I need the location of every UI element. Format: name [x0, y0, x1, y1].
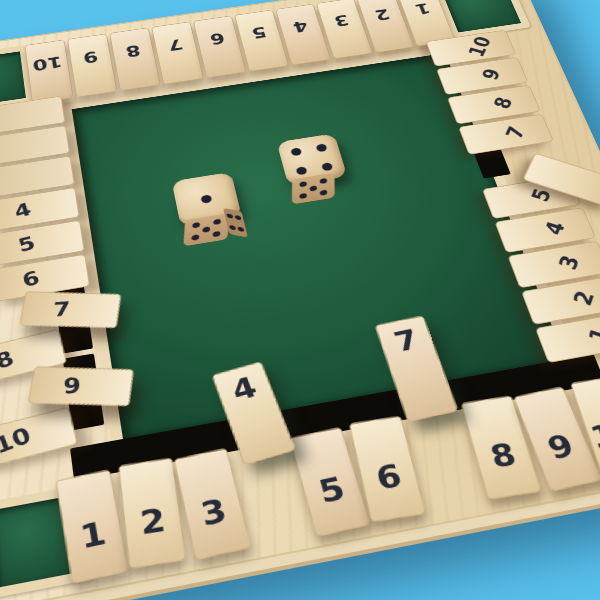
- die-pip: [316, 143, 328, 152]
- tile-number: 7: [501, 124, 530, 142]
- die-left[interactable]: [172, 172, 249, 254]
- tile-number: 3: [197, 491, 230, 533]
- shut-the-box-photo: Shut the Box — 4-player wooden board, nu…: [0, 0, 600, 600]
- shut-the-box-board: 10987654321 1098754321 45678910 12345678…: [0, 0, 600, 600]
- tile-south-3[interactable]: 3: [173, 448, 251, 560]
- die-pip: [299, 181, 306, 187]
- die-pip: [320, 178, 327, 184]
- die-pip: [191, 234, 199, 241]
- tile-number: 4: [290, 17, 309, 35]
- tile-north-10[interactable]: 10: [24, 40, 73, 104]
- tile-number: 10: [464, 34, 496, 59]
- tile-west-7[interactable]: 7: [19, 291, 121, 328]
- tile-number: 7: [166, 35, 184, 54]
- tile-number: 5: [315, 469, 350, 510]
- tile-west-9[interactable]: 9: [28, 366, 134, 406]
- tile-number: 2: [568, 287, 600, 308]
- die-pip: [234, 215, 241, 221]
- tile-number: 10: [0, 423, 34, 460]
- die-pip: [213, 231, 221, 238]
- die-pip: [202, 226, 210, 233]
- tile-number: 4: [227, 370, 261, 408]
- tile-number: 5: [15, 232, 37, 256]
- die-pip: [299, 193, 306, 199]
- die-face-front-5: [292, 173, 335, 205]
- tile-number: 4: [540, 218, 571, 238]
- tile-number: 2: [138, 501, 168, 543]
- die-pip: [320, 190, 327, 196]
- tile-number: 1: [583, 324, 600, 346]
- tile-number: 8: [489, 94, 518, 111]
- tile-number: 2: [372, 5, 392, 23]
- tile-north-9[interactable]: 9: [67, 34, 117, 98]
- die-pip: [295, 166, 307, 175]
- tile-number: 8: [0, 346, 17, 374]
- tile-number: 6: [208, 29, 227, 48]
- tile-number: 3: [331, 11, 351, 29]
- die-pip: [229, 225, 236, 231]
- die-pip: [237, 226, 244, 232]
- tile-number: 3: [554, 252, 585, 272]
- tile-number: 7: [53, 297, 70, 321]
- die-pip: [213, 218, 221, 225]
- tile-number: 9: [542, 427, 579, 467]
- die-pip: [226, 213, 233, 219]
- die-pip: [321, 162, 333, 171]
- tile-number: 9: [478, 66, 506, 82]
- die-pip: [310, 185, 317, 191]
- tile-number: 1: [77, 514, 109, 557]
- tile-number: 8: [124, 41, 142, 60]
- tile-number: 9: [81, 48, 99, 67]
- tile-number: 8: [486, 436, 520, 475]
- tile-number: 7: [390, 323, 423, 359]
- tile-number: 6: [19, 267, 42, 292]
- tile-number: 1: [412, 0, 432, 18]
- die-pip: [192, 222, 200, 229]
- tile-number: 10: [31, 53, 63, 74]
- tile-number: 9: [63, 373, 81, 399]
- tile-number: 6: [373, 457, 406, 497]
- die-right[interactable]: [277, 133, 356, 211]
- tile-number: 4: [12, 199, 34, 222]
- die-pip: [200, 194, 212, 203]
- die-pip: [290, 147, 302, 156]
- tile-number: 5: [249, 23, 268, 41]
